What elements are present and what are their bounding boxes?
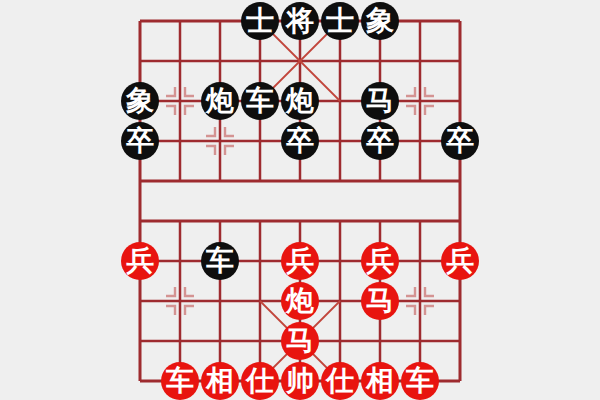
piece-black-soldier[interactable]: 卒 [281, 122, 319, 160]
piece-red-cannon[interactable]: 炮 [281, 282, 319, 320]
piece-red-general[interactable]: 帅 [281, 362, 319, 400]
piece-black-general[interactable]: 将 [281, 2, 319, 40]
screenshot-canvas: 士将士象象炮车炮马卒卒卒卒兵车兵兵兵炮马马车相仕帅仕相车 [0, 0, 600, 400]
piece-black-chariot[interactable]: 车 [241, 82, 279, 120]
piece-black-elephant[interactable]: 象 [361, 2, 399, 40]
piece-black-cannon[interactable]: 炮 [281, 82, 319, 120]
pieces-layer: 士将士象象炮车炮马卒卒卒卒兵车兵兵兵炮马马车相仕帅仕相车 [120, 1, 480, 400]
piece-red-soldier[interactable]: 兵 [361, 242, 399, 280]
xiangqi-board[interactable]: 士将士象象炮车炮马卒卒卒卒兵车兵兵兵炮马马车相仕帅仕相车 [120, 1, 480, 400]
piece-black-horse[interactable]: 马 [361, 82, 399, 120]
piece-black-chariot[interactable]: 车 [201, 242, 239, 280]
piece-black-elephant[interactable]: 象 [121, 82, 159, 120]
piece-red-advisor[interactable]: 仕 [321, 362, 359, 400]
piece-black-soldier[interactable]: 卒 [441, 122, 479, 160]
piece-red-soldier[interactable]: 兵 [281, 242, 319, 280]
piece-red-chariot[interactable]: 车 [401, 362, 439, 400]
piece-red-elephant[interactable]: 相 [201, 362, 239, 400]
piece-red-elephant[interactable]: 相 [361, 362, 399, 400]
piece-black-advisor[interactable]: 士 [321, 2, 359, 40]
piece-red-horse[interactable]: 马 [281, 322, 319, 360]
piece-red-soldier[interactable]: 兵 [441, 242, 479, 280]
piece-red-soldier[interactable]: 兵 [121, 242, 159, 280]
piece-black-cannon[interactable]: 炮 [201, 82, 239, 120]
piece-red-chariot[interactable]: 车 [161, 362, 199, 400]
piece-black-soldier[interactable]: 卒 [361, 122, 399, 160]
piece-red-horse[interactable]: 马 [361, 282, 399, 320]
piece-red-advisor[interactable]: 仕 [241, 362, 279, 400]
piece-black-soldier[interactable]: 卒 [121, 122, 159, 160]
piece-black-advisor[interactable]: 士 [241, 2, 279, 40]
